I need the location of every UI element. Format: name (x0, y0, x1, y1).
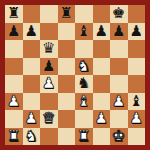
square-h8[interactable] (128, 5, 146, 23)
square-f6[interactable] (93, 40, 111, 58)
piece-white-pawn[interactable]: ♟ (128, 110, 146, 128)
square-b7[interactable]: ♟ (23, 23, 41, 41)
square-a1[interactable]: ♜ (5, 128, 23, 146)
square-b3[interactable] (23, 93, 41, 111)
square-d3[interactable] (58, 93, 76, 111)
chess-board-frame: ♜♜♚♟♟♝♟♟♟♛♟♞♟♞♟♝♟♝♟♛♟♟♜♞♜♚ (0, 0, 150, 150)
square-e5[interactable]: ♞ (75, 58, 93, 76)
square-b2[interactable]: ♟ (23, 110, 41, 128)
square-g2[interactable] (110, 110, 128, 128)
piece-black-king[interactable]: ♚ (110, 5, 128, 23)
piece-black-bishop[interactable]: ♝ (75, 23, 93, 41)
square-a7[interactable]: ♟ (5, 23, 23, 41)
piece-white-queen[interactable]: ♛ (40, 110, 58, 128)
square-a8[interactable]: ♜ (5, 5, 23, 23)
piece-black-knight[interactable]: ♞ (75, 75, 93, 93)
piece-black-pawn[interactable]: ♟ (110, 23, 128, 41)
square-g3[interactable]: ♟ (110, 93, 128, 111)
piece-black-pawn[interactable]: ♟ (23, 23, 41, 41)
square-c3[interactable] (40, 93, 58, 111)
square-c4[interactable]: ♟ (40, 75, 58, 93)
square-e4[interactable]: ♞ (75, 75, 93, 93)
square-b6[interactable] (23, 40, 41, 58)
square-g5[interactable] (110, 58, 128, 76)
square-c2[interactable]: ♛ (40, 110, 58, 128)
piece-black-pawn[interactable]: ♟ (93, 23, 111, 41)
square-d1[interactable] (58, 128, 76, 146)
piece-white-pawn[interactable]: ♟ (23, 110, 41, 128)
square-f3[interactable] (93, 93, 111, 111)
square-g8[interactable]: ♚ (110, 5, 128, 23)
square-d5[interactable] (58, 58, 76, 76)
square-h6[interactable] (128, 40, 146, 58)
square-f7[interactable]: ♟ (93, 23, 111, 41)
square-a6[interactable] (5, 40, 23, 58)
square-a5[interactable] (5, 58, 23, 76)
piece-black-bishop[interactable]: ♝ (128, 93, 146, 111)
piece-white-pawn[interactable]: ♟ (5, 93, 23, 111)
square-d2[interactable] (58, 110, 76, 128)
square-a3[interactable]: ♟ (5, 93, 23, 111)
square-c7[interactable] (40, 23, 58, 41)
square-d8[interactable]: ♜ (58, 5, 76, 23)
square-e7[interactable]: ♝ (75, 23, 93, 41)
square-a4[interactable] (5, 75, 23, 93)
square-h2[interactable]: ♟ (128, 110, 146, 128)
square-f1[interactable] (93, 128, 111, 146)
piece-white-rook[interactable]: ♜ (5, 128, 23, 146)
square-c6[interactable]: ♛ (40, 40, 58, 58)
square-d7[interactable] (58, 23, 76, 41)
piece-black-queen[interactable]: ♛ (40, 40, 58, 58)
square-h5[interactable] (128, 58, 146, 76)
square-f5[interactable] (93, 58, 111, 76)
square-d4[interactable] (58, 75, 76, 93)
piece-white-knight[interactable]: ♞ (23, 128, 41, 146)
piece-white-pawn[interactable]: ♟ (40, 75, 58, 93)
square-f8[interactable] (93, 5, 111, 23)
piece-black-pawn[interactable]: ♟ (5, 23, 23, 41)
piece-white-king[interactable]: ♚ (110, 128, 128, 146)
piece-white-knight[interactable]: ♞ (75, 58, 93, 76)
piece-black-rook[interactable]: ♜ (58, 5, 76, 23)
square-h7[interactable]: ♟ (128, 23, 146, 41)
square-g7[interactable]: ♟ (110, 23, 128, 41)
piece-black-pawn[interactable]: ♟ (128, 23, 146, 41)
piece-black-rook[interactable]: ♜ (5, 5, 23, 23)
square-b1[interactable]: ♞ (23, 128, 41, 146)
square-b5[interactable] (23, 58, 41, 76)
square-g4[interactable] (110, 75, 128, 93)
square-e6[interactable] (75, 40, 93, 58)
square-e2[interactable] (75, 110, 93, 128)
piece-white-pawn[interactable]: ♟ (93, 110, 111, 128)
square-e1[interactable]: ♜ (75, 128, 93, 146)
square-f2[interactable]: ♟ (93, 110, 111, 128)
square-g1[interactable]: ♚ (110, 128, 128, 146)
square-c8[interactable] (40, 5, 58, 23)
chess-board[interactable]: ♜♜♚♟♟♝♟♟♟♛♟♞♟♞♟♝♟♝♟♛♟♟♜♞♜♚ (5, 5, 145, 145)
square-b8[interactable] (23, 5, 41, 23)
square-d6[interactable] (58, 40, 76, 58)
square-e3[interactable]: ♝ (75, 93, 93, 111)
piece-white-rook[interactable]: ♜ (75, 128, 93, 146)
piece-white-bishop[interactable]: ♝ (75, 93, 93, 111)
square-h1[interactable] (128, 128, 146, 146)
square-b4[interactable] (23, 75, 41, 93)
square-c1[interactable] (40, 128, 58, 146)
square-a2[interactable] (5, 110, 23, 128)
piece-white-pawn[interactable]: ♟ (110, 93, 128, 111)
piece-black-pawn[interactable]: ♟ (40, 58, 58, 76)
square-f4[interactable] (93, 75, 111, 93)
square-h3[interactable]: ♝ (128, 93, 146, 111)
square-e8[interactable] (75, 5, 93, 23)
square-h4[interactable] (128, 75, 146, 93)
square-g6[interactable] (110, 40, 128, 58)
square-c5[interactable]: ♟ (40, 58, 58, 76)
